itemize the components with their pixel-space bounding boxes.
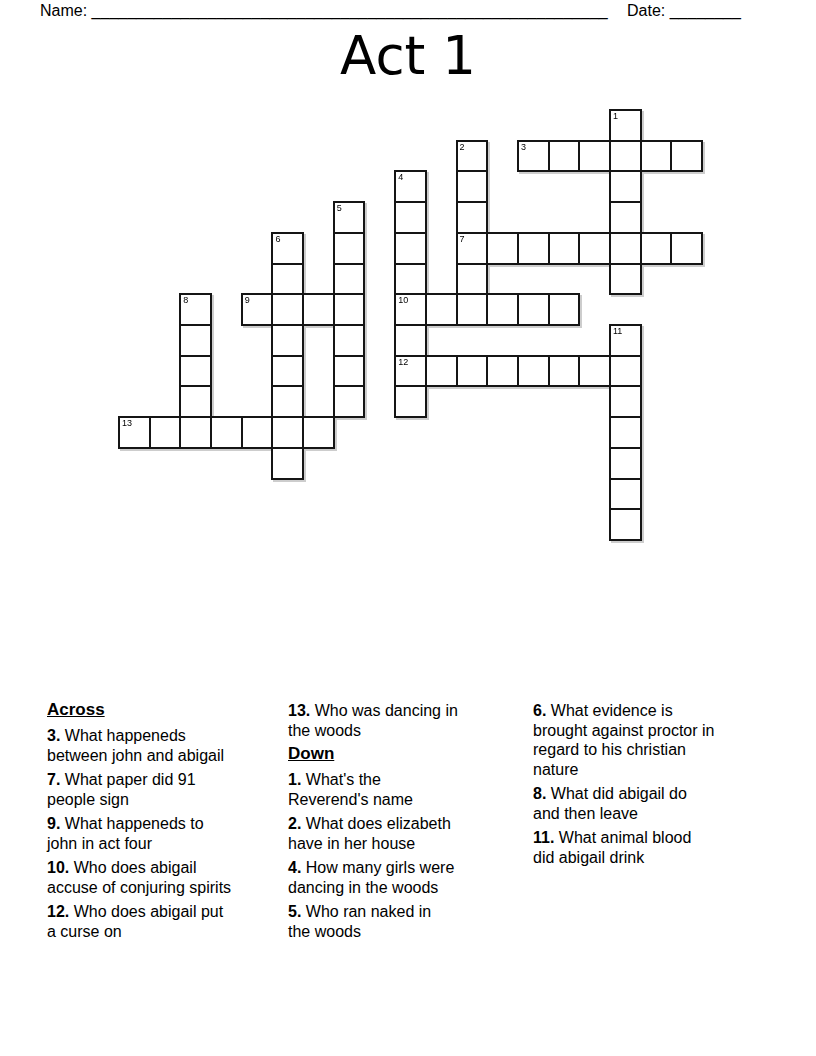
- grid-cell-r8-c12[interactable]: [486, 355, 519, 388]
- grid-cell-r5-c11[interactable]: [456, 263, 489, 296]
- clue-number: 7.: [47, 771, 60, 788]
- grid-cell-r6-c2[interactable]: 8: [179, 293, 212, 326]
- worksheet-page: { "game": "crossword", "header": { "name…: [0, 0, 816, 1056]
- clue-text: Who does abigail put a curse on: [47, 903, 223, 940]
- grid-cell-r6-c4[interactable]: 9: [241, 293, 274, 326]
- grid-cell-r8-c13[interactable]: [517, 355, 550, 388]
- clue-number: 2.: [288, 815, 301, 832]
- clue-text: What evidence is brought against proctor…: [533, 702, 714, 778]
- clue-number: 3.: [47, 727, 60, 744]
- grid-cell-r3-c16[interactable]: [609, 201, 642, 234]
- clue-number: 5.: [288, 903, 301, 920]
- cell-number: 11: [613, 326, 622, 336]
- cell-number: 3: [521, 142, 526, 152]
- grid-cell-r8-c16[interactable]: [609, 355, 642, 388]
- grid-cell-r8-c5[interactable]: [271, 355, 304, 388]
- grid-cell-r5-c7[interactable]: [333, 263, 366, 296]
- clue-1: 1. What's the Reverend's name: [288, 770, 538, 809]
- clue-column-3: 6. What evidence is brought against proc…: [533, 701, 783, 872]
- clue-text: What animal blood did abigail drink: [533, 829, 691, 866]
- crossword-grid: 12345678910111213: [119, 110, 702, 540]
- clue-9: 9. What happeneds to john in act four: [47, 814, 297, 853]
- grid-cell-r10-c3[interactable]: [210, 416, 243, 449]
- clue-5: 5. Who ran naked in the woods: [288, 902, 538, 941]
- clue-text: What did abigail do and then leave: [533, 785, 687, 822]
- grid-cell-r4-c11[interactable]: 7: [456, 232, 489, 265]
- cell-number: 12: [398, 357, 408, 367]
- grid-cell-r7-c7[interactable]: [333, 324, 366, 357]
- down-heading: Down: [288, 745, 538, 763]
- grid-cell-r8-c7[interactable]: [333, 355, 366, 388]
- grid-cell-r1-c13[interactable]: 3: [517, 140, 550, 173]
- clue-text: How many girls were dancing in the woods: [288, 859, 454, 896]
- date-label: Date:: [627, 2, 665, 19]
- grid-cell-r9-c2[interactable]: [179, 385, 212, 418]
- grid-cell-r12-c16[interactable]: [609, 478, 642, 511]
- grid-cell-r2-c9[interactable]: 4: [394, 170, 427, 203]
- clue-number: 1.: [288, 771, 301, 788]
- name-blank-line[interactable]: ________________________________________…: [92, 2, 608, 19]
- grid-cell-r11-c16[interactable]: [609, 447, 642, 480]
- clue-number: 13.: [288, 702, 310, 719]
- grid-cell-r1-c14[interactable]: [548, 140, 581, 173]
- grid-cell-r9-c16[interactable]: [609, 385, 642, 418]
- cell-number: 4: [398, 172, 403, 182]
- clue-number: 10.: [47, 859, 69, 876]
- grid-cell-r1-c15[interactable]: [578, 140, 611, 173]
- cell-number: 6: [275, 234, 280, 244]
- name-label: Name:: [40, 2, 87, 19]
- clue-2: 2. What does elizabeth have in her house: [288, 814, 538, 853]
- clue-number: 12.: [47, 903, 69, 920]
- grid-cell-r1-c18[interactable]: [670, 140, 703, 173]
- grid-cell-r6-c10[interactable]: [425, 293, 458, 326]
- grid-cell-r4-c9[interactable]: [394, 232, 427, 265]
- clue-column-2: 13. Who was dancing in the woodsDown1. W…: [288, 701, 538, 946]
- clue-13: 13. Who was dancing in the woods: [288, 701, 538, 740]
- grid-cell-r4-c13[interactable]: [517, 232, 550, 265]
- grid-cell-r7-c16[interactable]: 11: [609, 324, 642, 357]
- clue-number: 4.: [288, 859, 301, 876]
- grid-cell-r6-c5[interactable]: [271, 293, 304, 326]
- grid-cell-r10-c16[interactable]: [609, 416, 642, 449]
- cell-number: 10: [398, 295, 408, 305]
- grid-cell-r1-c11[interactable]: 2: [456, 140, 489, 173]
- grid-cell-r7-c9[interactable]: [394, 324, 427, 357]
- cell-number: 7: [460, 234, 465, 244]
- cell-number: 13: [122, 418, 132, 428]
- grid-cell-r10-c2[interactable]: [179, 416, 212, 449]
- grid-cell-r7-c5[interactable]: [271, 324, 304, 357]
- grid-cell-r8-c11[interactable]: [456, 355, 489, 388]
- grid-cell-r2-c11[interactable]: [456, 170, 489, 203]
- clue-7: 7. What paper did 91 people sign: [47, 770, 297, 809]
- grid-cell-r6-c9[interactable]: 10: [394, 293, 427, 326]
- grid-cell-r10-c6[interactable]: [302, 416, 335, 449]
- grid-cell-r2-c16[interactable]: [609, 170, 642, 203]
- clue-11: 11. What animal blood did abigail drink: [533, 828, 783, 867]
- grid-cell-r8-c14[interactable]: [548, 355, 581, 388]
- clue-text: What happeneds to john in act four: [47, 815, 204, 852]
- clue-text: Who does abigail accuse of conjuring spi…: [47, 859, 231, 896]
- grid-cell-r9-c5[interactable]: [271, 385, 304, 418]
- cell-number: 1: [613, 111, 618, 121]
- date-row: Date: ________: [627, 2, 741, 20]
- cell-number: 5: [337, 203, 342, 213]
- cell-number: 8: [183, 295, 188, 305]
- grid-cell-r3-c11[interactable]: [456, 201, 489, 234]
- grid-cell-r9-c9[interactable]: [394, 385, 427, 418]
- grid-cell-r4-c14[interactable]: [548, 232, 581, 265]
- grid-cell-r6-c6[interactable]: [302, 293, 335, 326]
- clue-number: 9.: [47, 815, 60, 832]
- grid-cell-r4-c7[interactable]: [333, 232, 366, 265]
- clue-6: 6. What evidence is brought against proc…: [533, 701, 783, 779]
- grid-cell-r4-c12[interactable]: [486, 232, 519, 265]
- clue-3: 3. What happeneds between john and abiga…: [47, 726, 297, 765]
- clue-number: 11.: [533, 829, 554, 846]
- grid-cell-r0-c16[interactable]: 1: [609, 109, 642, 142]
- grid-cell-r5-c9[interactable]: [394, 263, 427, 296]
- grid-cell-r4-c16[interactable]: [609, 232, 642, 265]
- grid-cell-r8-c2[interactable]: [179, 355, 212, 388]
- grid-cell-r3-c7[interactable]: 5: [333, 201, 366, 234]
- grid-cell-r6-c12[interactable]: [486, 293, 519, 326]
- clue-text: What's the Reverend's name: [288, 771, 413, 808]
- grid-cell-r1-c17[interactable]: [640, 140, 673, 173]
- grid-cell-r8-c15[interactable]: [578, 355, 611, 388]
- grid-cell-r9-c7[interactable]: [333, 385, 366, 418]
- grid-cell-r6-c13[interactable]: [517, 293, 550, 326]
- grid-cell-r6-c14[interactable]: [548, 293, 581, 326]
- grid-cell-r4-c5[interactable]: 6: [271, 232, 304, 265]
- clue-number: 8.: [533, 785, 546, 802]
- grid-cell-r10-c5[interactable]: [271, 416, 304, 449]
- puzzle-title: Act 1: [0, 28, 816, 84]
- clue-text: Who was dancing in the woods: [288, 702, 458, 739]
- clue-4: 4. How many girls were dancing in the wo…: [288, 858, 538, 897]
- grid-cell-r4-c17[interactable]: [640, 232, 673, 265]
- clue-number: 6.: [533, 702, 546, 719]
- grid-cell-r6-c7[interactable]: [333, 293, 366, 326]
- name-row: Name: __________________________________…: [40, 2, 608, 20]
- grid-cell-r3-c9[interactable]: [394, 201, 427, 234]
- date-blank-line[interactable]: ________: [670, 2, 741, 19]
- grid-cell-r11-c5[interactable]: [271, 447, 304, 480]
- clue-text: What happeneds between john and abigail: [47, 727, 224, 764]
- clue-text: What does elizabeth have in her house: [288, 815, 451, 852]
- clue-column-1: Across3. What happeneds between john and…: [47, 701, 297, 946]
- grid-cell-r13-c16[interactable]: [609, 508, 642, 541]
- grid-cell-r8-c9[interactable]: 12: [394, 355, 427, 388]
- grid-cell-r8-c10[interactable]: [425, 355, 458, 388]
- grid-cell-r5-c5[interactable]: [271, 263, 304, 296]
- grid-cell-r1-c16[interactable]: [609, 140, 642, 173]
- clue-text: Who ran naked in the woods: [288, 903, 431, 940]
- grid-cell-r4-c18[interactable]: [670, 232, 703, 265]
- grid-cell-r5-c16[interactable]: [609, 263, 642, 296]
- cell-number: 2: [460, 142, 465, 152]
- grid-cell-r7-c2[interactable]: [179, 324, 212, 357]
- grid-cell-r10-c0[interactable]: 13: [118, 416, 151, 449]
- grid-cell-r10-c4[interactable]: [241, 416, 274, 449]
- grid-cell-r4-c15[interactable]: [578, 232, 611, 265]
- grid-cell-r6-c11[interactable]: [456, 293, 489, 326]
- grid-cell-r10-c1[interactable]: [149, 416, 182, 449]
- across-heading: Across: [47, 701, 297, 719]
- clue-text: What paper did 91 people sign: [47, 771, 196, 808]
- cell-number: 9: [245, 295, 250, 305]
- clue-10: 10. Who does abigail accuse of conjuring…: [47, 858, 297, 897]
- clue-8: 8. What did abigail do and then leave: [533, 784, 783, 823]
- clue-12: 12. Who does abigail put a curse on: [47, 902, 297, 941]
